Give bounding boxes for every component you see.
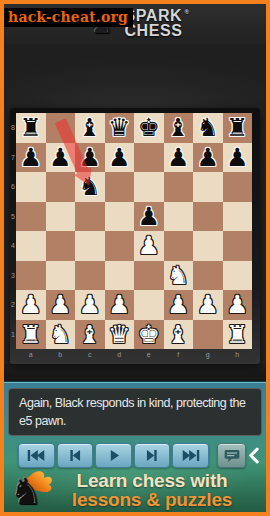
black-rook[interactable]: ♜ (226, 115, 248, 140)
black-pawn[interactable]: ♟ (138, 204, 160, 229)
board-grid[interactable]: ♜♝♛♚♝♞♜♟♟♟♟♟♟♟♞♟♟♞♟♟♟♟♟♟♟♜♞♝♛♚♝♜ (16, 113, 252, 349)
square-a3[interactable] (16, 261, 46, 291)
square-g7[interactable]: ♟ (193, 143, 223, 173)
background-spacer-2 (4, 364, 266, 381)
step-forward-button[interactable] (134, 443, 171, 468)
lower-panel: Again, Black responds in kind, protectin… (4, 381, 266, 512)
square-f3[interactable]: ♞ (164, 261, 194, 291)
white-king[interactable]: ♚ (138, 322, 160, 347)
sparkchess-app-screen: hack-cheat.org ♞ SPARK CHESS ® 87654321 … (0, 0, 270, 516)
square-c8[interactable]: ♝ (75, 113, 105, 143)
chat-bubble-icon (221, 448, 243, 463)
square-a1[interactable]: ♜ (16, 320, 46, 350)
square-e5[interactable]: ♟ (134, 202, 164, 232)
square-g6[interactable] (193, 172, 223, 202)
hack-cheat-watermark: hack-cheat.org (4, 8, 133, 27)
square-b6[interactable] (46, 172, 76, 202)
square-a4[interactable] (16, 231, 46, 261)
square-a8[interactable]: ♜ (16, 113, 46, 143)
square-b4[interactable] (46, 231, 76, 261)
square-h2[interactable]: ♟ (223, 290, 253, 320)
white-rook[interactable]: ♜ (20, 322, 42, 347)
square-f6[interactable] (164, 172, 194, 202)
square-d3[interactable] (105, 261, 135, 291)
chevron-left-icon[interactable] (248, 447, 259, 464)
logo-wordmark: SPARK CHESS ® (124, 9, 182, 38)
black-pawn[interactable]: ♟ (20, 145, 42, 170)
square-a6[interactable] (16, 172, 46, 202)
playback-toolbar (4, 443, 266, 468)
square-b2[interactable]: ♟ (46, 290, 76, 320)
square-c2[interactable]: ♟ (75, 290, 105, 320)
square-g2[interactable]: ♟ (193, 290, 223, 320)
skip-end-icon (180, 448, 202, 463)
file-labels: abcdefgh (16, 351, 252, 358)
white-pawn[interactable]: ♟ (108, 292, 130, 317)
file-label-e: e (134, 351, 164, 358)
chess-board: 87654321 ♜♝♛♚♝♞♜♟♟♟♟♟♟♟♞♟♟♞♟♟♟♟♟♟♟♜♞♝♛♚♝… (10, 108, 260, 364)
play-icon (103, 448, 125, 463)
file-label-h: h (223, 351, 253, 358)
play-button[interactable] (95, 443, 132, 468)
promo-banner[interactable]: ♞ Learn chess with lessons & puzzles (4, 468, 266, 512)
white-rook[interactable]: ♜ (226, 322, 248, 347)
square-g3[interactable] (193, 261, 223, 291)
square-a5[interactable] (16, 202, 46, 232)
square-e8[interactable]: ♚ (134, 113, 164, 143)
black-bishop[interactable]: ♝ (167, 115, 189, 140)
square-f5[interactable] (164, 202, 194, 232)
square-e4[interactable]: ♟ (134, 231, 164, 261)
square-f4[interactable] (164, 231, 194, 261)
square-g4[interactable] (193, 231, 223, 261)
white-knight[interactable]: ♞ (49, 322, 71, 347)
square-d5[interactable] (105, 202, 135, 232)
white-pawn[interactable]: ♟ (49, 292, 71, 317)
square-e2[interactable] (134, 290, 164, 320)
square-e1[interactable]: ♚ (134, 320, 164, 350)
square-d6[interactable] (105, 172, 135, 202)
black-pawn[interactable]: ♟ (167, 145, 189, 170)
square-g5[interactable] (193, 202, 223, 232)
square-c7[interactable]: ♟ (75, 143, 105, 173)
square-c3[interactable] (75, 261, 105, 291)
square-b7[interactable]: ♟ (46, 143, 76, 173)
square-b5[interactable] (46, 202, 76, 232)
promo-line-1: Learn chess with (72, 471, 232, 490)
promo-text: Learn chess with lessons & puzzles (72, 471, 232, 510)
file-label-b: b (46, 351, 76, 358)
black-knight[interactable]: ♞ (79, 174, 101, 199)
square-h8[interactable]: ♜ (223, 113, 253, 143)
white-pawn[interactable]: ♟ (79, 292, 101, 317)
black-bishop[interactable]: ♝ (79, 115, 101, 140)
square-d2[interactable]: ♟ (105, 290, 135, 320)
step-forward-icon (141, 448, 163, 463)
black-pawn[interactable]: ♟ (226, 145, 248, 170)
square-c5[interactable] (75, 202, 105, 232)
black-king[interactable]: ♚ (138, 115, 160, 140)
file-label-f: f (164, 351, 194, 358)
background-spacer (4, 44, 266, 108)
white-bishop[interactable]: ♝ (167, 322, 189, 347)
square-d4[interactable] (105, 231, 135, 261)
white-pawn[interactable]: ♟ (138, 233, 160, 258)
square-c4[interactable] (75, 231, 105, 261)
square-f1[interactable]: ♝ (164, 320, 194, 350)
square-e3[interactable] (134, 261, 164, 291)
black-knight[interactable]: ♞ (197, 115, 219, 140)
square-h5[interactable] (223, 202, 253, 232)
step-back-button[interactable] (57, 443, 94, 468)
white-pawn[interactable]: ♟ (197, 292, 219, 317)
square-e6[interactable] (134, 172, 164, 202)
logo-word-chess: CHESS (124, 24, 182, 39)
white-queen[interactable]: ♛ (108, 322, 130, 347)
square-d7[interactable]: ♟ (105, 143, 135, 173)
black-pawn[interactable]: ♟ (108, 145, 130, 170)
file-label-c: c (75, 351, 105, 358)
square-h6[interactable] (223, 172, 253, 202)
flaming-knight-icon: ♞ (9, 468, 59, 512)
white-pawn[interactable]: ♟ (20, 292, 42, 317)
coach-message: Again, Black responds in kind, protectin… (8, 388, 262, 436)
square-c1[interactable]: ♝ (75, 320, 105, 350)
square-a2[interactable]: ♟ (16, 290, 46, 320)
skip-start-icon (25, 448, 47, 463)
square-f7[interactable]: ♟ (164, 143, 194, 173)
white-pawn[interactable]: ♟ (167, 292, 189, 317)
square-e7[interactable] (134, 143, 164, 173)
black-queen[interactable]: ♛ (108, 115, 130, 140)
square-g1[interactable] (193, 320, 223, 350)
square-h7[interactable]: ♟ (223, 143, 253, 173)
file-label-d: d (105, 351, 135, 358)
skip-to-end-button[interactable] (172, 443, 209, 468)
square-a7[interactable]: ♟ (16, 143, 46, 173)
square-g8[interactable]: ♞ (193, 113, 223, 143)
square-b3[interactable] (46, 261, 76, 291)
registered-trademark: ® (185, 10, 190, 16)
square-h4[interactable] (223, 231, 253, 261)
square-c6[interactable]: ♞ (75, 172, 105, 202)
promo-line-2: lessons & puzzles (72, 490, 232, 509)
square-h3[interactable] (223, 261, 253, 291)
square-f2[interactable]: ♟ (164, 290, 194, 320)
square-f8[interactable]: ♝ (164, 113, 194, 143)
square-d1[interactable]: ♛ (105, 320, 135, 350)
square-d8[interactable]: ♛ (105, 113, 135, 143)
chat-button[interactable] (217, 443, 246, 468)
black-pawn[interactable]: ♟ (197, 145, 219, 170)
black-pawn[interactable]: ♟ (79, 145, 101, 170)
skip-to-start-button[interactable] (18, 443, 55, 468)
black-rook[interactable]: ♜ (20, 115, 42, 140)
file-label-g: g (193, 351, 223, 358)
square-b1[interactable]: ♞ (46, 320, 76, 350)
white-bishop[interactable]: ♝ (79, 322, 101, 347)
file-label-a: a (16, 351, 46, 358)
square-h1[interactable]: ♜ (223, 320, 253, 350)
white-pawn[interactable]: ♟ (226, 292, 248, 317)
black-pawn[interactable]: ♟ (49, 145, 71, 170)
white-knight[interactable]: ♞ (167, 263, 189, 288)
step-back-icon (64, 448, 86, 463)
square-b8[interactable] (46, 113, 76, 143)
